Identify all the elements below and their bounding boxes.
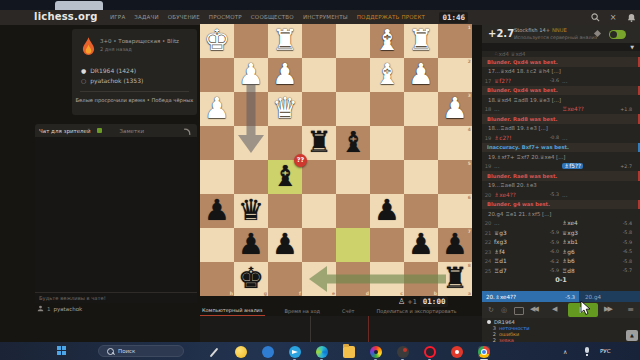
square-e4[interactable]: ♜ [302,126,336,160]
square-b1[interactable]: ♜ [404,24,438,58]
challenge-icon[interactable]: × [608,12,618,22]
tab-3[interactable]: Поделиться и экспортировать [374,308,458,316]
square-e8[interactable]: e [302,262,336,296]
square-h5[interactable] [200,160,234,194]
square-f1[interactable]: ♜ [268,24,302,58]
white-move-cell[interactable]: ... [494,220,536,226]
rank-coord-2: 2 [468,59,471,64]
move-number: 22 [482,239,494,245]
square-e1[interactable] [302,24,336,58]
square-b7[interactable]: ♟ [404,228,438,262]
person-icon [37,305,44,312]
black-move-cell[interactable]: ♖xe4?? [562,106,606,112]
tab-spectator-chat[interactable]: Чат для зрителей [39,128,91,134]
move-row: 23♗f4-6.0♗g6-6.5 [482,247,640,257]
black-piece-e4: ♜ [302,126,336,160]
white-piece-c2: ♝ [370,58,404,92]
rank-coord-6: 6 [468,195,471,200]
nav-item-игра[interactable]: ИГРА [110,14,125,20]
white-piece-f2: ♟ [268,58,302,92]
taskbar-search[interactable]: Поиск [98,345,184,357]
rank-coord-5: 5 [468,161,471,166]
screen: lichess.org ИГРАЗАДАЧИОБУЧЕНИЕПРОСМОТРСО… [0,0,640,360]
move-row: 18...♖xe4??+1.8 [482,105,640,115]
tab-2[interactable]: Счёт [340,308,356,316]
judgment-comment: Inaccuracy. Bxf7+ was best. [482,143,640,153]
black-move-cell[interactable]: ♗f5?? [562,163,606,169]
nav-item-сообщество[interactable]: СООБЩЕСТВО [251,14,294,20]
white-piece-b1: ♜ [404,24,438,58]
square-d3[interactable] [336,92,370,126]
square-a2[interactable]: 2 [438,58,472,92]
black-piece-g6: ♛ [234,194,268,228]
black-move-cell[interactable]: ♕xg3 [562,230,606,236]
prev-move-button[interactable]: ◀ [552,305,555,313]
bell-icon[interactable] [626,12,636,22]
move-row: 17♕f2??-3.6... [482,76,640,86]
square-a5[interactable]: 5 [438,160,472,194]
white-move-cell[interactable]: ♕g3 [494,230,536,236]
black-eval: -5.7 [606,268,636,273]
square-e6[interactable] [302,194,336,228]
square-g6[interactable]: ♛ [234,194,268,228]
header-icons: × [590,12,636,22]
white-move-cell[interactable]: fxg3 [494,239,536,245]
mouse-cursor [580,301,592,316]
square-f2[interactable]: ♟ [268,58,302,92]
nav-item-задачи[interactable]: ЗАДАЧИ [134,14,158,20]
white-move-cell[interactable]: ♗xe4?? [494,192,536,198]
divider [80,91,189,92]
square-b2[interactable]: ♟ [404,58,438,92]
acpl-player-row: DR1964 [482,318,640,325]
square-h6[interactable]: ♟ [200,194,234,228]
red-browser-icon[interactable] [451,346,463,358]
edge-icon[interactable] [316,346,328,358]
black-move-cell[interactable]: ♗g6 [562,249,606,255]
judgment-comment: Blunder. Rad8 was best. [482,114,640,124]
game-meta-panel: 3+0 • Товарищеская • Blitz 2 дня назад ●… [72,29,197,115]
black-move-cell[interactable]: ... [562,192,606,198]
mic-icon[interactable] [585,347,589,353]
square-c7[interactable] [370,228,404,262]
engine-toggle[interactable] [609,30,626,39]
nav-item-donate[interactable]: ПОДДЕРЖАТЬ ПРОЕКТ [357,14,425,20]
chart-cursor-line [368,316,369,342]
white-eval: -5.3 [536,192,562,197]
chevron-down-icon: ▼ [630,44,634,50]
move-row: 21♕g3-5.9♕xg3-5.8 [482,228,640,238]
main-nav: ИГРАЗАДАЧИОБУЧЕНИЕПРОСМОТРСООБЩЕСТВОИНСТ… [110,14,425,20]
square-h8[interactable]: h [200,262,234,296]
target-icon[interactable]: ◎ [501,306,507,314]
black-player-row[interactable]: ○ pyatachok (1353) [81,77,143,84]
tab-notes[interactable]: Заметки [120,128,145,134]
analysis-panel: +2.7 Stockfish 14+ NNUE Используется сер… [482,25,640,345]
move-number: 18 [482,106,494,112]
black-piece-g7: ♟ [234,228,268,262]
white-piece-g2: ♟ [234,58,268,92]
white-player-row[interactable]: ● DR1964 (1424) [81,67,136,74]
square-g7[interactable]: ♟ [234,228,268,262]
black-eval: -5.4 [606,221,636,226]
white-move-cell[interactable]: ♗f4 [494,249,536,255]
black-move-cell[interactable]: ♖d8 [562,268,606,274]
game-date[interactable]: 2 дня назад [100,46,132,52]
square-c3[interactable] [370,92,404,126]
judgment-comment: Blunder. g4 was best. [482,200,640,210]
chat-messages [35,137,197,292]
square-c6[interactable]: ♟ [370,194,404,228]
move-number: 19 [482,135,494,141]
white-disc-icon: ● [81,67,86,74]
square-a4[interactable]: 4 [438,126,472,160]
browser-top-strip [0,0,640,10]
square-d6[interactable] [336,194,370,228]
move-number: 25 [482,268,494,274]
pen-app-icon[interactable] [208,346,220,358]
search-icon [107,348,114,355]
rank-coord-4: 4 [468,127,471,132]
square-c2[interactable]: ♝ [370,58,404,92]
move-row: 24♖d1-6.2♗b6-5.8 [482,257,640,267]
opera-icon[interactable] [424,346,436,358]
square-d2[interactable] [336,58,370,92]
square-g3[interactable] [234,92,268,126]
black-eval: +2.7 [606,164,636,169]
square-a7[interactable]: ♟7 [438,228,472,262]
square-h3[interactable]: ♟ [200,92,234,126]
board-squares: ♚♜♝♜1♟♟♝♟2♟♛♟3♜♝4♝5♟♛♟6♟♟♟♟7h♚gfedcb♜8a [200,24,472,296]
move-row: 19♗c2?!-0.8... [482,133,640,143]
black-move-cell[interactable]: ... [562,78,606,84]
white-eval: -5.9 [536,240,562,245]
square-c1[interactable]: ♝ [370,24,404,58]
scroll-top-button[interactable]: ▲ [626,330,638,341]
file-coord-h: h [230,291,233,296]
square-h1[interactable]: ♚ [200,24,234,58]
variation-line[interactable]: 19...♖ae8 20.♗e3 [482,181,640,191]
analysis-tabs: Компьютерный анализВремя на ходСчётПодел… [200,305,482,316]
hamburger-menu-icon[interactable]: ≡ [627,305,634,314]
square-e5[interactable] [302,160,336,194]
black-move-cell[interactable]: ♗xe4 [562,220,606,226]
black-eval: -5.8 [606,259,636,264]
current-move[interactable]: 20.♗xe4??-5.3 [482,291,579,302]
game-setup: 3+0 • Товарищеская • Blitz [100,38,179,44]
move-row: 20♗xe4??-5.3... [482,190,640,200]
chat-input[interactable]: Будьте вежливы в чате! [35,292,197,303]
yellow-app-icon[interactable] [235,346,247,358]
square-a6[interactable]: 6 [438,194,472,228]
square-h7[interactable] [200,228,234,262]
gimp-app-icon[interactable] [397,346,409,358]
variation-line[interactable]: 17...♕xd4 18.♗c2 ♕h4 [...] [482,67,640,77]
square-g2[interactable]: ♟ [234,58,268,92]
black-piece-b7: ♟ [404,228,438,262]
black-move-cell[interactable]: ♗b6 [562,258,606,264]
engine-header: +2.7 Stockfish 14+ NNUE Используется сер… [482,25,640,43]
explorer-folder-icon[interactable] [343,346,355,358]
square-c4[interactable] [370,126,404,160]
square-c5[interactable] [370,160,404,194]
blitz-fire-icon [81,37,96,56]
file-coord-e: e [332,291,335,296]
game-result: 0-1 [482,276,640,285]
square-a3[interactable]: ♟3 [438,92,472,126]
white-piece-f1: ♜ [268,24,302,58]
blue-app-icon[interactable] [262,346,274,358]
move-number: 19 [482,163,494,169]
white-eval: -5.9 [536,230,562,235]
variation-line[interactable]: 19.♗xf7+ ♖xf7 20.♕xe4 [...] [482,152,640,162]
square-b5[interactable] [404,160,438,194]
board-editor-icon[interactable] [514,307,524,315]
move-number: 17 [482,78,494,84]
engine-eval: +2.7 [488,28,514,39]
black-piece-d4: ♝ [336,126,370,160]
white-move-cell[interactable]: ♖d1 [494,258,536,264]
variation-line[interactable]: 18.♕xd4 ♖ad8 19.♕e3 [...] [482,95,640,105]
nav-item-просмотр[interactable]: ПРОСМОТР [209,14,242,20]
square-f7[interactable]: ♟ [268,228,302,262]
chess-board: ♚♜♝♜1♟♟♝♟2♟♛♟3♜♝4♝5♟♛♟6♟♟♟♟7h♚gfedcb♜8a … [200,24,472,296]
windows-taskbar: Поиск ∧ РУС [0,342,640,360]
white-eval: -6.0 [536,249,562,254]
white-eval: -3.6 [536,78,562,83]
language-indicator[interactable]: РУС [600,348,611,354]
nav-item-инструменты[interactable]: ИНСТРУМЕНТЫ [303,14,348,20]
judgment-comment: Blunder. Qxd4 was best. [482,57,640,67]
white-move-cell[interactable]: ♗c2?! [494,135,536,141]
black-piece-h6: ♟ [200,194,234,228]
square-b6[interactable] [404,194,438,228]
movelist-menu-strip[interactable]: ▼ [482,43,640,51]
analysis-chart[interactable] [200,316,482,342]
square-f6[interactable] [268,194,302,228]
square-h2[interactable] [200,58,234,92]
square-b4[interactable] [404,126,438,160]
white-move-cell[interactable]: ... [494,106,536,112]
spectators-row: 1 pyatachok [37,305,82,312]
cycle-icon[interactable]: ↻ [488,306,494,314]
move-number: 21 [482,230,494,236]
last-move-button[interactable]: ▶▶ [604,305,611,313]
square-d7[interactable] [336,228,370,262]
square-e3[interactable] [302,92,336,126]
media-app-icon[interactable] [370,346,382,358]
white-piece-h1: ♚ [200,24,234,58]
move-row: 20...♗xe4-5.4 [482,219,640,229]
file-coord-d: d [366,291,369,296]
square-g4[interactable] [234,126,268,160]
square-a1[interactable]: 1 [438,24,472,58]
variation-line[interactable]: 20.g4 ♖e1 21.♗xf5 [...] [482,209,640,219]
move-row-partial: ♘xd4 ♕xd4 [482,51,640,57]
square-b3[interactable] [404,92,438,126]
square-e2[interactable] [302,58,336,92]
white-eval: -5.9 [536,268,562,273]
game-result-text: Белые просрочили время • Победа чёрных [72,97,197,103]
move-number: 23 [482,249,494,255]
black-move-cell[interactable]: ♗xb1 [562,239,606,245]
black-eval: +1.8 [606,107,636,112]
square-a8[interactable]: ♜8a [438,262,472,296]
nav-item-обучение[interactable]: ОБУЧЕНИЕ [168,14,200,20]
move-row: 19...♗f5??+2.7 [482,162,640,172]
file-coord-g: g [264,291,267,296]
move-row: 22fxg3-5.9♗xb1-5.9 [482,238,640,248]
black-eval: -5.8 [606,230,636,235]
white-piece-h3: ♟ [200,92,234,126]
white-clock: 01:46 [439,12,468,23]
square-e7[interactable] [302,228,336,262]
browser-tab[interactable] [55,1,103,10]
black-piece-f7: ♟ [268,228,302,262]
judgment-comment: Blunder. Qxd4 was best. [482,86,640,96]
black-disc-icon: ○ [81,77,86,84]
spectator-count: 1 [47,306,51,312]
white-piece-c1: ♝ [370,24,404,58]
file-coord-a: a [468,291,471,296]
square-b8[interactable]: b [404,262,438,296]
rank-coord-1: 1 [468,25,471,30]
square-f8[interactable]: f [268,262,302,296]
site-header: lichess.org ИГРАЗАДАЧИОБУЧЕНИЕПРОСМОТРСО… [0,10,640,25]
move-number: 20 [482,220,494,226]
search-icon[interactable] [590,12,600,22]
lichess-logo[interactable]: lichess.org [34,11,98,22]
white-eval: -0.8 [536,135,562,140]
move-number: 24 [482,258,494,264]
chat-toggle[interactable] [97,128,102,133]
square-g5[interactable] [234,160,268,194]
square-c8[interactable]: c [370,262,404,296]
square-g1[interactable] [234,24,268,58]
square-d4[interactable]: ♝ [336,126,370,160]
move-number: 20 [482,192,494,198]
white-piece-b2: ♟ [404,58,438,92]
rank-coord-3: 3 [468,93,471,98]
engine-note: Используется серверный анализ [514,35,597,40]
white-disc-icon [487,320,491,324]
square-f3[interactable]: ♛ [268,92,302,126]
white-eval: -6.2 [536,259,562,264]
start-button[interactable] [57,346,67,356]
chart-gridline [310,316,311,342]
square-d5[interactable] [336,160,370,194]
spectator-name[interactable]: pyatachok [54,306,83,312]
chat-tabs: Чат для зрителей Заметки [35,124,197,137]
black-eval: -5.9 [606,240,636,245]
white-move-cell[interactable]: ♕f2?? [494,78,536,84]
rank-coord-7: 7 [468,229,471,234]
chrome-icon[interactable] [478,346,490,358]
square-d1[interactable] [336,24,370,58]
square-d8[interactable]: d [336,262,370,296]
move-row: 25♖d7-5.9♖d8-5.7 [482,266,640,276]
engine-name: Stockfish 14+ NNUE [514,27,567,33]
file-coord-f: f [299,291,301,296]
tray-chevron-icon[interactable]: ∧ [563,348,567,355]
variation-line[interactable]: 18...♖ad8 19.♗e3 [...] [482,124,640,134]
telegram-icon[interactable] [289,346,301,358]
square-g8[interactable]: ♚g [234,262,268,296]
black-move-cell[interactable]: ... [562,135,606,141]
white-piece-f3: ♛ [268,92,302,126]
rank-coord-8: 8 [468,263,471,268]
black-eval: -6.5 [606,249,636,254]
blunder-badge: ?? [294,154,307,167]
black-piece-c6: ♟ [370,194,404,228]
first-move-button[interactable]: ◀◀ [530,305,537,313]
playback-controls: ↻ ◎ ◀◀ ◀ ▶ ▶▶ ≡ [482,302,640,318]
current-move-bar: 20.♗xe4??-5.3 20.g4 [482,291,640,302]
tab-1[interactable]: Время на ход [283,308,322,316]
move-list: ♘xd4 ♕xd4Blunder. Qxd4 was best.17...♕xd… [482,51,640,291]
tab-computer-analysis[interactable]: Компьютерный анализ [200,307,265,316]
white-move-cell[interactable]: ♖d7 [494,268,536,274]
toggle-knob [610,31,617,38]
judgment-comment: Blunder. Rae8 was best. [482,171,640,181]
square-h4[interactable] [200,126,234,160]
white-move-cell[interactable]: ... [494,163,536,169]
